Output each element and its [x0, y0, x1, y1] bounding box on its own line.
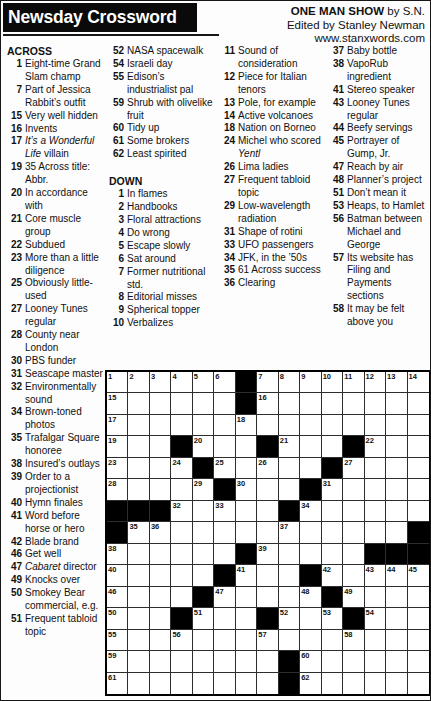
grid-cell[interactable]: [343, 415, 364, 436]
grid-cell[interactable]: [322, 673, 343, 694]
clue-number: 48: [327, 174, 347, 187]
grid-cell[interactable]: [150, 651, 171, 672]
clue-number: 49: [5, 574, 25, 587]
grid-cell[interactable]: 62: [300, 673, 321, 694]
grid-cell[interactable]: 41: [236, 565, 257, 586]
cell-number: 23: [108, 458, 116, 467]
grid-cell[interactable]: [322, 501, 343, 522]
clue-column-2: 52NASA spacewalk54Israeli day55Edison’s …: [107, 45, 217, 330]
grid-cell[interactable]: [150, 630, 171, 651]
grid-cell[interactable]: [214, 393, 235, 414]
grid-cell[interactable]: [128, 630, 149, 651]
grid-cell[interactable]: [257, 587, 278, 608]
grid-cell[interactable]: [214, 630, 235, 651]
grid-cell[interactable]: [171, 522, 192, 543]
clue-down-5: 5Escape slowly: [107, 240, 217, 253]
grid-cell[interactable]: [343, 479, 364, 500]
cell-number: 62: [301, 673, 309, 682]
clue-number: 2: [107, 201, 127, 214]
grid-cell[interactable]: [279, 544, 300, 565]
grid-cell[interactable]: [408, 415, 429, 436]
cell-number: 21: [280, 436, 288, 445]
clue-number: 8: [107, 291, 127, 304]
grid-black-cell: [193, 458, 214, 479]
clue-across-62: 62Least spirited: [107, 148, 217, 161]
grid-cell[interactable]: 43: [365, 565, 386, 586]
cell-number: 41: [237, 565, 245, 574]
clue-down-27: 27Frequent tabloid topic: [218, 174, 324, 200]
clue-down-18: 18Nation on Borneo: [218, 122, 324, 135]
grid-cell[interactable]: [236, 630, 257, 651]
grid-cell[interactable]: 61: [107, 673, 128, 694]
clue-across-49: 49Knocks over: [5, 574, 105, 587]
grid-cell[interactable]: [214, 544, 235, 565]
grid-cell[interactable]: [386, 393, 407, 414]
grid-cell[interactable]: 11: [343, 372, 364, 393]
clue-number: 60: [107, 122, 127, 135]
grid-cell[interactable]: [150, 415, 171, 436]
grid-cell[interactable]: [365, 458, 386, 479]
grid-cell[interactable]: [322, 522, 343, 543]
clue-number: 27: [5, 303, 25, 316]
clue-down-56: 56Batman between Michael and George: [327, 213, 429, 252]
grid-cell[interactable]: [171, 479, 192, 500]
grid-black-cell: [279, 673, 300, 694]
grid-cell[interactable]: [193, 501, 214, 522]
grid-cell[interactable]: [279, 415, 300, 436]
grid-cell[interactable]: [300, 436, 321, 457]
clue-text: Looney Tunes regular: [25, 303, 105, 329]
grid-cell[interactable]: [408, 587, 429, 608]
grid-cell[interactable]: [128, 436, 149, 457]
cell-number: 36: [151, 522, 159, 531]
grid-cell[interactable]: [322, 393, 343, 414]
grid-cell[interactable]: 55: [107, 630, 128, 651]
grid-cell[interactable]: 39: [257, 544, 278, 565]
grid-cell[interactable]: [408, 630, 429, 651]
clue-across-16: 16Invents: [5, 123, 105, 136]
grid-cell[interactable]: [214, 415, 235, 436]
grid-cell[interactable]: [365, 587, 386, 608]
grid-cell[interactable]: [365, 651, 386, 672]
grid-cell[interactable]: [171, 587, 192, 608]
grid-cell[interactable]: [257, 565, 278, 586]
grid-cell[interactable]: [150, 458, 171, 479]
clue-down-2: 2Handbooks: [107, 201, 217, 214]
grid-cell[interactable]: 40: [107, 565, 128, 586]
grid-cell[interactable]: 6: [214, 372, 235, 393]
grid-cell[interactable]: [343, 565, 364, 586]
clue-across-20: 20In accordance with: [5, 187, 105, 213]
grid-cell[interactable]: [128, 393, 149, 414]
grid-cell[interactable]: [322, 415, 343, 436]
grid-cell[interactable]: [300, 630, 321, 651]
clue-number: 1: [5, 58, 25, 71]
grid-cell[interactable]: [343, 651, 364, 672]
clue-text: Least spirited: [127, 148, 217, 161]
clue-across-47: 47Cabaret director: [5, 561, 105, 574]
cell-number: 61: [108, 673, 116, 682]
grid-black-cell: [236, 544, 257, 565]
grid-cell[interactable]: 33: [214, 501, 235, 522]
grid-black-cell: [171, 608, 192, 629]
clue-down-24: 24Michel who scored Yentl: [218, 135, 324, 161]
clue-text: Knocks over: [25, 574, 105, 587]
grid-cell[interactable]: 10: [322, 372, 343, 393]
grid-cell[interactable]: 13: [386, 372, 407, 393]
clue-text: Frequent tabloid topic: [238, 174, 324, 200]
grid-cell[interactable]: 35: [128, 522, 149, 543]
grid-cell[interactable]: [279, 587, 300, 608]
clue-down-38: 38VapoRub ingredient: [327, 58, 429, 84]
grid-cell[interactable]: 34: [300, 501, 321, 522]
grid-cell[interactable]: [343, 393, 364, 414]
clue-down-6: 6Sat around: [107, 253, 217, 266]
grid-cell[interactable]: [236, 458, 257, 479]
cell-number: 60: [301, 651, 309, 660]
grid-cell[interactable]: 21: [279, 436, 300, 457]
grid-cell[interactable]: [128, 651, 149, 672]
grid-cell[interactable]: 4: [171, 372, 192, 393]
grid-cell[interactable]: [279, 479, 300, 500]
grid-cell[interactable]: [193, 415, 214, 436]
grid-cell[interactable]: [408, 479, 429, 500]
grid-cell[interactable]: 49: [343, 587, 364, 608]
clue-number: 59: [107, 97, 127, 110]
cell-number: 26: [258, 458, 266, 467]
grid-cell[interactable]: 8: [279, 372, 300, 393]
cell-number: 1: [108, 372, 112, 381]
grid-cell[interactable]: [236, 673, 257, 694]
cell-number: 39: [258, 544, 266, 553]
grid-cell[interactable]: 18: [236, 415, 257, 436]
grid-cell[interactable]: [365, 415, 386, 436]
grid-cell[interactable]: [150, 587, 171, 608]
clue-across-40: 40Hymn finales: [5, 497, 105, 510]
grid-cell[interactable]: 26: [257, 458, 278, 479]
clue-text: Order to a projectionist: [25, 471, 105, 497]
grid-cell[interactable]: 14: [408, 372, 429, 393]
grid-cell[interactable]: [150, 673, 171, 694]
clue-text: Seascape master: [25, 368, 105, 381]
grid-cell[interactable]: 44: [386, 565, 407, 586]
grid-cell[interactable]: [214, 436, 235, 457]
grid-cell[interactable]: [279, 565, 300, 586]
clue-text: Baby bottle: [347, 45, 429, 58]
grid-cell[interactable]: [214, 608, 235, 629]
grid-cell[interactable]: [408, 651, 429, 672]
clue-number: 34: [5, 406, 25, 419]
clue-down-3: 3Floral attractions: [107, 214, 217, 227]
grid-cell[interactable]: 1: [107, 372, 128, 393]
grid-cell[interactable]: [408, 501, 429, 522]
grid-cell[interactable]: [171, 544, 192, 565]
grid-cell[interactable]: [279, 630, 300, 651]
grid-cell[interactable]: [128, 415, 149, 436]
clue-across-7: 7Part of Jessica Rabbit’s outfit: [5, 84, 105, 110]
grid-cell[interactable]: 36: [150, 522, 171, 543]
grid-cell[interactable]: [365, 501, 386, 522]
grid-cell[interactable]: [128, 673, 149, 694]
clue-text: Shrub with olivelike fruit: [127, 97, 217, 123]
grid-cell[interactable]: 56: [171, 630, 192, 651]
clue-number: 35: [218, 264, 238, 277]
clue-number: 43: [327, 97, 347, 110]
grid-cell[interactable]: 30: [236, 479, 257, 500]
grid-cell[interactable]: [365, 479, 386, 500]
clue-text: Spherical topper: [127, 304, 217, 317]
grid-cell[interactable]: 25: [214, 458, 235, 479]
grid-cell[interactable]: 12: [365, 372, 386, 393]
clue-across-17: 17It’s a Wonderful Life villain: [5, 135, 105, 161]
clue-text: 61 Across success: [238, 264, 324, 277]
grid-cell[interactable]: 42: [322, 565, 343, 586]
grid-cell[interactable]: 15: [107, 393, 128, 414]
grid-cell[interactable]: [279, 393, 300, 414]
grid-cell[interactable]: [300, 544, 321, 565]
clue-text: Sat around: [127, 253, 217, 266]
clue-number: 25: [5, 277, 25, 290]
grid-cell[interactable]: [386, 479, 407, 500]
clue-down-9: 9Spherical topper: [107, 304, 217, 317]
grid-cell[interactable]: 58: [343, 630, 364, 651]
grid-cell[interactable]: 60: [300, 651, 321, 672]
cell-number: 53: [323, 608, 331, 617]
grid-cell[interactable]: [408, 436, 429, 457]
grid-black-cell: [171, 436, 192, 457]
grid-cell[interactable]: [343, 544, 364, 565]
grid-cell[interactable]: [193, 393, 214, 414]
grid-cell[interactable]: [365, 393, 386, 414]
grid-cell[interactable]: [386, 458, 407, 479]
clue-number: 39: [5, 471, 25, 484]
grid-black-cell: [343, 608, 364, 629]
clue-text: UFO passengers: [238, 239, 324, 252]
grid-cell[interactable]: [193, 651, 214, 672]
clue-number: 27: [218, 174, 238, 187]
clue-number: 32: [5, 381, 25, 394]
clue-text: Active volcanoes: [238, 110, 324, 123]
grid-cell[interactable]: 31: [322, 479, 343, 500]
grid-cell[interactable]: [386, 587, 407, 608]
grid-cell[interactable]: 5: [193, 372, 214, 393]
grid-cell[interactable]: [236, 587, 257, 608]
grid-cell[interactable]: [279, 458, 300, 479]
grid-cell[interactable]: [193, 522, 214, 543]
grid-cell[interactable]: [236, 608, 257, 629]
grid-cell[interactable]: 2: [128, 372, 149, 393]
grid-cell[interactable]: 20: [193, 436, 214, 457]
grid-cell[interactable]: 9: [300, 372, 321, 393]
grid-cell[interactable]: [365, 630, 386, 651]
clue-number: 47: [5, 561, 25, 574]
grid-cell[interactable]: 52: [279, 608, 300, 629]
clue-number: 46: [5, 548, 25, 561]
grid-cell[interactable]: 46: [107, 587, 128, 608]
grid-cell[interactable]: [236, 501, 257, 522]
grid-cell[interactable]: 3: [150, 372, 171, 393]
grid-black-cell: [107, 522, 128, 543]
grid-cell[interactable]: 47: [214, 587, 235, 608]
crossword-grid: 1234567891011121314151617181920212223242…: [105, 370, 431, 696]
clue-down-4: 4Do wrong: [107, 227, 217, 240]
clue-across-51: 51Frequent tabloid topic: [5, 613, 105, 639]
grid-cell[interactable]: 54: [365, 608, 386, 629]
grid-cell[interactable]: [150, 479, 171, 500]
clue-text: Stereo speaker: [347, 84, 429, 97]
clue-number: 13: [218, 97, 238, 110]
cell-number: 37: [280, 522, 288, 531]
cell-number: 47: [215, 587, 223, 596]
grid-cell[interactable]: 24: [171, 458, 192, 479]
grid-cell[interactable]: [257, 415, 278, 436]
grid-cell[interactable]: [171, 651, 192, 672]
grid-cell[interactable]: 17: [107, 415, 128, 436]
puzzle-byline: by S.N.: [384, 5, 425, 17]
cell-number: 8: [280, 372, 284, 381]
cell-number: 28: [108, 479, 116, 488]
clue-number: 28: [5, 329, 25, 342]
grid-cell[interactable]: [300, 415, 321, 436]
grid-cell[interactable]: 48: [300, 587, 321, 608]
clue-text: Pole, for example: [238, 97, 324, 110]
grid-cell[interactable]: [343, 522, 364, 543]
grid-cell[interactable]: [386, 608, 407, 629]
grid-cell[interactable]: [386, 673, 407, 694]
cell-number: 48: [301, 587, 309, 596]
clue-down-14: 14Active volcanoes: [218, 110, 324, 123]
grid-cell[interactable]: 53: [322, 608, 343, 629]
grid-cell[interactable]: [214, 651, 235, 672]
grid-cell[interactable]: [408, 393, 429, 414]
grid-cell[interactable]: [171, 673, 192, 694]
grid-cell[interactable]: [171, 393, 192, 414]
clue-down-51: 51Don’t mean it: [327, 187, 429, 200]
grid-cell[interactable]: [386, 501, 407, 522]
grid-cell[interactable]: [236, 651, 257, 672]
grid-cell[interactable]: [408, 458, 429, 479]
grid-cell[interactable]: 37: [279, 522, 300, 543]
clue-number: 36: [218, 277, 238, 290]
grid-cell[interactable]: 57: [257, 630, 278, 651]
grid-cell[interactable]: [150, 565, 171, 586]
grid-cell[interactable]: [257, 651, 278, 672]
clue-column-1: ACROSS1Eight-time Grand Slam champ7Part …: [5, 45, 105, 639]
grid-cell[interactable]: [322, 436, 343, 457]
grid-cell[interactable]: [193, 673, 214, 694]
grid-cell[interactable]: [150, 393, 171, 414]
clue-text: Former nutritional std.: [127, 266, 217, 292]
grid-cell[interactable]: [300, 458, 321, 479]
clue-number: 33: [218, 239, 238, 252]
grid-cell[interactable]: [257, 479, 278, 500]
grid-cell[interactable]: 7: [257, 372, 278, 393]
grid-cell[interactable]: 22: [365, 436, 386, 457]
grid-cell[interactable]: 29: [193, 479, 214, 500]
grid-cell[interactable]: [386, 630, 407, 651]
grid-cell[interactable]: [365, 522, 386, 543]
grid-cell[interactable]: [386, 522, 407, 543]
cell-number: 33: [215, 501, 223, 510]
clue-down-43: 43Looney Tunes regular: [327, 97, 429, 123]
cell-number: 44: [387, 565, 395, 574]
cell-number: 17: [108, 415, 116, 424]
grid-cell[interactable]: 28: [107, 479, 128, 500]
grid-cell[interactable]: [128, 458, 149, 479]
grid-cell[interactable]: [322, 630, 343, 651]
clue-down-36: 36Clearing: [218, 277, 324, 290]
grid-cell[interactable]: 19: [107, 436, 128, 457]
grid-cell[interactable]: [150, 608, 171, 629]
grid-cell[interactable]: 51: [193, 608, 214, 629]
cell-number: 13: [387, 372, 395, 381]
grid-cell[interactable]: 27: [343, 458, 364, 479]
grid-cell[interactable]: [322, 651, 343, 672]
grid-cell[interactable]: 23: [107, 458, 128, 479]
grid-cell[interactable]: [193, 565, 214, 586]
grid-cell[interactable]: [150, 436, 171, 457]
clue-text: Core muscle group: [25, 213, 105, 239]
clue-number: 56: [327, 213, 347, 226]
grid-cell[interactable]: [408, 608, 429, 629]
grid-cell[interactable]: 59: [107, 651, 128, 672]
grid-cell[interactable]: 50: [107, 608, 128, 629]
clue-number: 30: [5, 355, 25, 368]
grid-cell[interactable]: [236, 436, 257, 457]
grid-cell[interactable]: [343, 673, 364, 694]
clue-number: 58: [327, 303, 347, 316]
grid-cell[interactable]: [257, 522, 278, 543]
grid-cell[interactable]: [257, 501, 278, 522]
grid-cell[interactable]: [128, 544, 149, 565]
grid-cell[interactable]: [322, 544, 343, 565]
grid-cell[interactable]: [171, 565, 192, 586]
grid-cell[interactable]: 16: [257, 393, 278, 414]
grid-cell[interactable]: 32: [171, 501, 192, 522]
grid-cell[interactable]: [128, 608, 149, 629]
grid-cell[interactable]: [300, 393, 321, 414]
grid-cell[interactable]: [214, 522, 235, 543]
grid-cell[interactable]: [171, 415, 192, 436]
grid-cell[interactable]: [343, 501, 364, 522]
grid-cell[interactable]: [386, 436, 407, 457]
clue-number: 19: [5, 161, 25, 174]
grid-cell[interactable]: [257, 673, 278, 694]
grid-cell[interactable]: [386, 651, 407, 672]
grid-cell[interactable]: [128, 479, 149, 500]
grid-cell[interactable]: 45: [408, 565, 429, 586]
grid-cell[interactable]: [386, 415, 407, 436]
grid-cell[interactable]: [193, 544, 214, 565]
cell-number: 34: [301, 501, 309, 510]
cell-number: 51: [194, 608, 202, 617]
grid-cell[interactable]: [193, 630, 214, 651]
grid-cell[interactable]: [300, 608, 321, 629]
clue-text: Do wrong: [127, 227, 217, 240]
grid-cell[interactable]: [408, 673, 429, 694]
grid-cell[interactable]: [300, 522, 321, 543]
grid-cell[interactable]: [150, 544, 171, 565]
grid-cell[interactable]: [236, 522, 257, 543]
grid-cell[interactable]: [128, 565, 149, 586]
grid-cell[interactable]: [365, 673, 386, 694]
clue-number: 17: [5, 135, 25, 148]
grid-black-cell: [236, 372, 257, 393]
grid-cell[interactable]: 38: [107, 544, 128, 565]
grid-cell[interactable]: [128, 587, 149, 608]
clue-text: Obviously little-used: [25, 277, 105, 303]
grid-cell[interactable]: [214, 673, 235, 694]
